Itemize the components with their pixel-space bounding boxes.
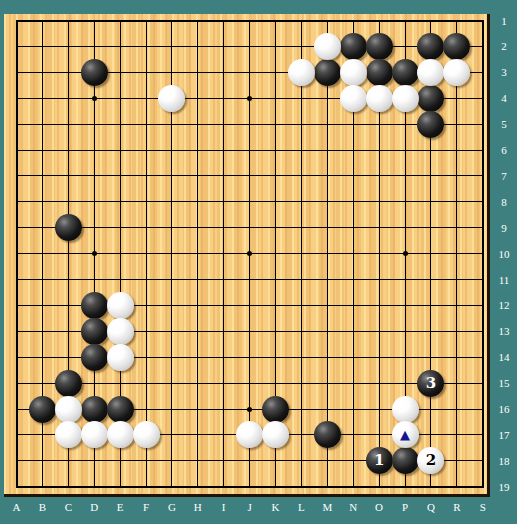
triangle-marker-icon: ▲ <box>400 428 410 441</box>
board-column-label: G <box>162 501 182 513</box>
board-column-label: I <box>214 501 234 513</box>
board-column-label: Q <box>421 501 441 513</box>
board-column-label: H <box>188 501 208 513</box>
board-column-label: B <box>32 501 52 513</box>
white-stone[interactable] <box>55 421 82 448</box>
white-stone[interactable] <box>392 396 419 423</box>
board-row-label: 13 <box>491 325 517 337</box>
black-stone[interactable] <box>392 447 419 474</box>
star-point <box>403 251 408 256</box>
move-number-label: 3 <box>426 376 436 391</box>
black-stone[interactable]: 1 <box>366 447 393 474</box>
board-row-label: 11 <box>491 274 517 286</box>
white-stone[interactable] <box>340 85 367 112</box>
black-stone[interactable]: 3 <box>417 370 444 397</box>
black-stone[interactable] <box>107 396 134 423</box>
black-stone[interactable] <box>340 33 367 60</box>
white-stone[interactable] <box>288 59 315 86</box>
black-stone[interactable] <box>29 396 56 423</box>
white-stone[interactable] <box>107 318 134 345</box>
black-stone[interactable] <box>443 33 470 60</box>
board-row-label: 17 <box>491 429 517 441</box>
board-column-label: D <box>84 501 104 513</box>
board-row-label: 9 <box>491 222 517 234</box>
grid-line <box>16 486 484 488</box>
black-stone[interactable] <box>262 396 289 423</box>
black-stone[interactable] <box>392 59 419 86</box>
white-stone[interactable] <box>340 59 367 86</box>
white-stone[interactable] <box>107 421 134 448</box>
white-stone[interactable] <box>107 344 134 371</box>
black-stone[interactable] <box>81 59 108 86</box>
black-stone[interactable] <box>366 59 393 86</box>
grid-line <box>301 20 302 488</box>
board-row-label: 2 <box>491 40 517 52</box>
black-stone[interactable] <box>314 421 341 448</box>
board-row-label: 12 <box>491 299 517 311</box>
board-row-label: 10 <box>491 248 517 260</box>
white-stone[interactable] <box>392 85 419 112</box>
board-column-label: F <box>136 501 156 513</box>
black-stone[interactable] <box>81 396 108 423</box>
grid-line <box>456 20 457 488</box>
board-row-label: 14 <box>491 351 517 363</box>
black-stone[interactable] <box>81 292 108 319</box>
grid-line <box>16 383 484 384</box>
grid-line <box>327 20 328 488</box>
white-stone[interactable] <box>366 85 393 112</box>
black-stone[interactable] <box>314 59 341 86</box>
white-stone[interactable] <box>107 292 134 319</box>
star-point <box>92 251 97 256</box>
board-column-label: J <box>240 501 260 513</box>
board-row-label: 1 <box>491 15 517 27</box>
board-row-label: 18 <box>491 455 517 467</box>
board-row-label: 5 <box>491 118 517 130</box>
board-row-label: 15 <box>491 377 517 389</box>
black-stone[interactable] <box>55 214 82 241</box>
board-column-label: S <box>473 501 493 513</box>
star-point <box>92 96 97 101</box>
star-point <box>247 407 252 412</box>
white-stone[interactable] <box>81 421 108 448</box>
white-stone[interactable] <box>443 59 470 86</box>
black-stone[interactable] <box>417 85 444 112</box>
board-column-label: M <box>317 501 337 513</box>
move-number-label: 1 <box>374 453 384 468</box>
white-stone[interactable] <box>158 85 185 112</box>
board-column-label: A <box>7 501 27 513</box>
board-column-label: E <box>110 501 130 513</box>
board-row-label: 6 <box>491 144 517 156</box>
black-stone[interactable] <box>366 33 393 60</box>
board-row-label: 3 <box>491 66 517 78</box>
white-stone[interactable] <box>133 421 160 448</box>
board-column-label: C <box>58 501 78 513</box>
grid-line <box>16 279 484 280</box>
board-row-label: 4 <box>491 92 517 104</box>
star-point <box>247 96 252 101</box>
grid-line <box>482 20 484 488</box>
board-row-label: 8 <box>491 196 517 208</box>
board-column-label: R <box>447 501 467 513</box>
black-stone[interactable] <box>55 370 82 397</box>
move-number-label: 2 <box>426 453 436 468</box>
white-stone[interactable]: ▲ <box>392 421 419 448</box>
board-row-label: 7 <box>491 170 517 182</box>
go-diagram: ABCDEFGHIJKLMNOPQRS 12345678910111213141… <box>0 0 517 524</box>
board-row-label: 19 <box>491 481 517 493</box>
black-stone[interactable] <box>81 344 108 371</box>
board-column-label: K <box>266 501 286 513</box>
board-column-label: N <box>343 501 363 513</box>
black-stone[interactable] <box>417 111 444 138</box>
board-column-label: P <box>395 501 415 513</box>
board-column-label: L <box>291 501 311 513</box>
board-column-label: O <box>369 501 389 513</box>
white-stone[interactable] <box>55 396 82 423</box>
white-stone[interactable] <box>417 59 444 86</box>
black-stone[interactable] <box>81 318 108 345</box>
white-stone[interactable] <box>314 33 341 60</box>
board-row-label: 16 <box>491 403 517 415</box>
